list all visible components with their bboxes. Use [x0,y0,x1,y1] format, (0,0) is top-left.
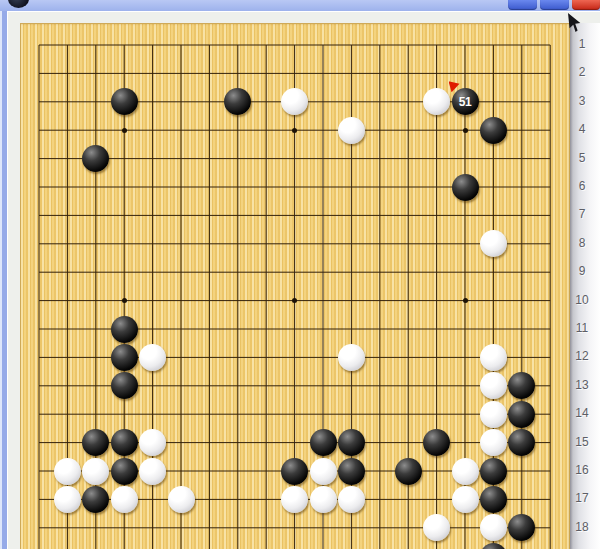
white-stone [310,458,337,485]
white-stone [480,401,507,428]
app-icon[interactable] [8,0,29,8]
white-stone [480,344,507,371]
go-board[interactable]: 51 [20,23,574,549]
black-stone [111,458,138,485]
black-stone [480,486,507,513]
row-label-17: 17 [570,491,594,505]
close-button[interactable] [572,0,600,10]
black-stone [423,429,450,456]
white-stone [338,117,365,144]
row-label-11: 11 [570,321,594,335]
white-stone [139,458,166,485]
star-point [292,128,297,133]
star-point [463,298,468,303]
black-stone [480,117,507,144]
white-stone [338,344,365,371]
white-stone [480,230,507,257]
window-left-border [0,11,8,549]
row-label-8: 8 [570,236,594,250]
black-stone [310,429,337,456]
row-label-12: 12 [570,349,594,363]
row-label-10: 10 [570,293,594,307]
title-bar [0,0,600,11]
black-stone [281,458,308,485]
black-stone: 51 [452,88,479,115]
star-point [122,128,127,133]
row-label-13: 13 [570,378,594,392]
move-number-label: 51 [452,88,479,115]
white-stone [54,486,81,513]
app-window: 51 123456789101112131415161718 [0,0,600,549]
row-label-5: 5 [570,151,594,165]
maximize-button[interactable] [540,0,569,10]
row-label-18: 18 [570,520,594,534]
board-panel: 51 123456789101112131415161718 [8,11,600,549]
white-stone [480,429,507,456]
black-stone [82,486,109,513]
row-label-6: 6 [570,179,594,193]
row-coordinate-gutter: 123456789101112131415161718 [570,23,600,549]
row-label-16: 16 [570,463,594,477]
black-stone [111,88,138,115]
white-stone [111,486,138,513]
row-label-9: 9 [570,264,594,278]
row-label-3: 3 [570,94,594,108]
black-stone [452,174,479,201]
row-label-14: 14 [570,406,594,420]
white-stone [281,486,308,513]
white-stone [480,514,507,541]
black-stone [111,316,138,343]
black-stone [395,458,422,485]
row-label-4: 4 [570,122,594,136]
black-stone [508,401,535,428]
white-stone [480,372,507,399]
star-point [122,298,127,303]
white-stone [54,458,81,485]
star-point [463,128,468,133]
black-stone [111,429,138,456]
white-stone [452,486,479,513]
row-label-1: 1 [570,37,594,51]
black-stone [111,344,138,371]
white-stone [452,458,479,485]
black-stone [480,458,507,485]
row-label-7: 7 [570,207,594,221]
white-stone [168,486,195,513]
white-stone [139,429,166,456]
row-label-2: 2 [570,65,594,79]
white-stone [310,486,337,513]
white-stone [82,458,109,485]
white-stone [338,486,365,513]
black-stone [338,429,365,456]
minimize-button[interactable] [508,0,537,10]
row-label-15: 15 [570,435,594,449]
white-stone [139,344,166,371]
black-stone [338,458,365,485]
black-stone [111,372,138,399]
